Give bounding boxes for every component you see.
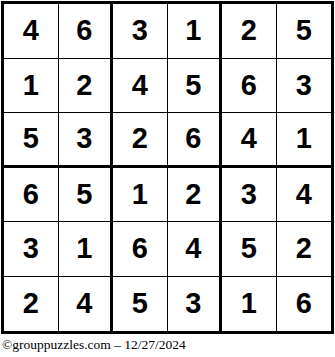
sudoku-cell-r1c4: 1 — [168, 4, 223, 59]
sudoku-cell-r6c3: 5 — [113, 277, 168, 332]
sudoku-cell-r6c4: 3 — [168, 277, 223, 332]
sudoku-cell-r4c3: 1 — [113, 168, 168, 223]
sudoku-cell-r5c4: 4 — [168, 222, 223, 277]
sudoku-cell-r5c5: 5 — [222, 222, 277, 277]
sudoku-cell-r4c6: 4 — [277, 168, 332, 223]
sudoku-cell-r5c2: 1 — [59, 222, 114, 277]
sudoku-cell-r4c2: 5 — [59, 168, 114, 223]
sudoku-cell-r5c6: 2 — [277, 222, 332, 277]
sudoku-cell-r6c5: 1 — [222, 277, 277, 332]
sudoku-cell-r2c1: 1 — [4, 59, 59, 114]
sudoku-cell-r1c2: 6 — [59, 4, 114, 59]
sudoku-cell-r6c2: 4 — [59, 277, 114, 332]
sudoku-cell-r2c5: 6 — [222, 59, 277, 114]
sudoku-cell-r3c1: 5 — [4, 113, 59, 168]
sudoku-cell-r3c4: 6 — [168, 113, 223, 168]
sudoku-cell-r4c5: 3 — [222, 168, 277, 223]
sudoku-cell-r2c2: 2 — [59, 59, 114, 114]
sudoku-cell-r1c6: 5 — [277, 4, 332, 59]
sudoku-cell-r1c3: 3 — [113, 4, 168, 59]
sudoku-cell-r3c2: 3 — [59, 113, 114, 168]
sudoku-cell-r6c1: 2 — [4, 277, 59, 332]
sudoku-cell-r1c5: 2 — [222, 4, 277, 59]
sudoku-cell-r3c3: 2 — [113, 113, 168, 168]
sudoku-cell-r6c6: 6 — [277, 277, 332, 332]
sudoku-cell-r2c3: 4 — [113, 59, 168, 114]
sudoku-board: 463125124563532641651234316452245316 — [1, 1, 334, 334]
sudoku-cell-r5c1: 3 — [4, 222, 59, 277]
sudoku-cell-r5c3: 6 — [113, 222, 168, 277]
sudoku-cell-r2c6: 3 — [277, 59, 332, 114]
sudoku-cell-r3c5: 4 — [222, 113, 277, 168]
sudoku-cell-r2c4: 5 — [168, 59, 223, 114]
sudoku-cell-r3c6: 1 — [277, 113, 332, 168]
sudoku-cell-r1c1: 4 — [4, 4, 59, 59]
copyright-credit: ©grouppuzzles.com – 12/27/2024 — [2, 337, 186, 353]
sudoku-page: 463125124563532641651234316452245316 ©gr… — [0, 0, 335, 357]
sudoku-cell-r4c4: 2 — [168, 168, 223, 223]
sudoku-cell-r4c1: 6 — [4, 168, 59, 223]
